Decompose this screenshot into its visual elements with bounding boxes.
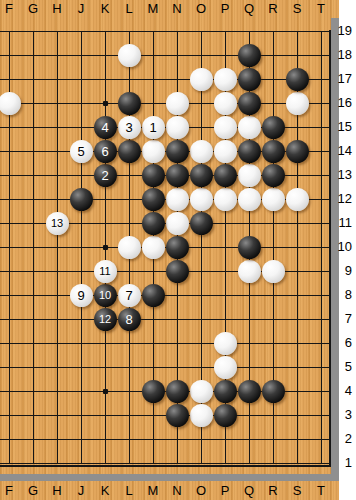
stone-white-P15[interactable] <box>214 116 237 139</box>
move-number-label: 5 <box>70 140 93 163</box>
move-5-stone-white-J14[interactable]: 5 <box>70 140 93 163</box>
stone-white-L10[interactable] <box>118 236 141 259</box>
stone-black-S17[interactable] <box>286 68 309 91</box>
stone-black-N14[interactable] <box>166 140 189 163</box>
stone-black-Q17[interactable] <box>238 68 261 91</box>
stone-black-Q18[interactable] <box>238 44 261 67</box>
star-point-K4 <box>103 389 108 394</box>
stone-black-Q10[interactable] <box>238 236 261 259</box>
stone-black-M11[interactable] <box>142 212 165 235</box>
stone-black-L16[interactable] <box>118 92 141 115</box>
stone-white-P6[interactable] <box>214 332 237 355</box>
stone-white-Q9[interactable] <box>238 260 261 283</box>
stone-white-N12[interactable] <box>166 188 189 211</box>
move-number-label: 3 <box>118 116 141 139</box>
stone-black-R4[interactable] <box>262 380 285 403</box>
star-point-K16 <box>103 101 108 106</box>
move-number-label: 11 <box>94 260 117 283</box>
stone-white-O17[interactable] <box>190 68 213 91</box>
stone-black-N13[interactable] <box>166 164 189 187</box>
stone-black-L14[interactable] <box>118 140 141 163</box>
stone-black-M8[interactable] <box>142 284 165 307</box>
move-13-stone-white-H11[interactable]: 13 <box>46 212 69 235</box>
stone-white-P17[interactable] <box>214 68 237 91</box>
stone-black-M13[interactable] <box>142 164 165 187</box>
move-3-stone-white-L15[interactable]: 3 <box>118 116 141 139</box>
move-2-stone-black-K13[interactable]: 2 <box>94 164 117 187</box>
stone-black-S14[interactable] <box>286 140 309 163</box>
stone-black-Q14[interactable] <box>238 140 261 163</box>
move-number-label: 8 <box>118 308 141 331</box>
stone-white-P12[interactable] <box>214 188 237 211</box>
goban-grid[interactable]: 12345678910111213 <box>0 19 333 475</box>
stone-white-P5[interactable] <box>214 356 237 379</box>
stone-black-O11[interactable] <box>190 212 213 235</box>
move-number-label: 4 <box>94 116 117 139</box>
stone-white-Q12[interactable] <box>238 188 261 211</box>
stone-white-L18[interactable] <box>118 44 141 67</box>
stone-white-M10[interactable] <box>142 236 165 259</box>
stone-black-J12[interactable] <box>70 188 93 211</box>
stone-white-O3[interactable] <box>190 404 213 427</box>
stone-black-O13[interactable] <box>190 164 213 187</box>
move-number-label: 13 <box>46 212 69 235</box>
stone-white-P14[interactable] <box>214 140 237 163</box>
stone-white-M14[interactable] <box>142 140 165 163</box>
move-number-label: 1 <box>142 116 165 139</box>
stone-white-N16[interactable] <box>166 92 189 115</box>
stone-white-P16[interactable] <box>214 92 237 115</box>
stone-black-P13[interactable] <box>214 164 237 187</box>
stone-black-N9[interactable] <box>166 260 189 283</box>
stone-white-Q15[interactable] <box>238 116 261 139</box>
stone-black-R14[interactable] <box>262 140 285 163</box>
move-8-stone-black-L7[interactable]: 8 <box>118 308 141 331</box>
stone-white-F16[interactable] <box>0 92 21 115</box>
stone-white-O12[interactable] <box>190 188 213 211</box>
stone-black-Q4[interactable] <box>238 380 261 403</box>
stone-white-N11[interactable] <box>166 212 189 235</box>
move-9-stone-white-J8[interactable]: 9 <box>70 284 93 307</box>
stone-white-S16[interactable] <box>286 92 309 115</box>
move-number-label: 10 <box>94 284 117 307</box>
stone-white-Q13[interactable] <box>238 164 261 187</box>
stone-black-P4[interactable] <box>214 380 237 403</box>
move-number-label: 12 <box>94 308 117 331</box>
move-11-stone-white-K9[interactable]: 11 <box>94 260 117 283</box>
move-10-stone-black-K8[interactable]: 10 <box>94 284 117 307</box>
stone-black-N10[interactable] <box>166 236 189 259</box>
move-4-stone-black-K15[interactable]: 4 <box>94 116 117 139</box>
star-point-K10 <box>103 245 108 250</box>
go-app-screenshot: 12345678910111213 FGHJKLMNOPQRSTFGHJKLMN… <box>0 0 356 500</box>
move-7-stone-white-L8[interactable]: 7 <box>118 284 141 307</box>
stone-white-O14[interactable] <box>190 140 213 163</box>
stone-black-N4[interactable] <box>166 380 189 403</box>
stone-black-M12[interactable] <box>142 188 165 211</box>
stone-white-N15[interactable] <box>166 116 189 139</box>
stone-white-O4[interactable] <box>190 380 213 403</box>
stone-white-R9[interactable] <box>262 260 285 283</box>
move-number-label: 2 <box>94 164 117 187</box>
stone-black-R15[interactable] <box>262 116 285 139</box>
stone-white-R12[interactable] <box>262 188 285 211</box>
move-number-label: 9 <box>70 284 93 307</box>
move-number-label: 6 <box>94 140 117 163</box>
move-number-label: 7 <box>118 284 141 307</box>
stone-black-N3[interactable] <box>166 404 189 427</box>
move-12-stone-black-K7[interactable]: 12 <box>94 308 117 331</box>
stone-black-R13[interactable] <box>262 164 285 187</box>
stone-black-Q16[interactable] <box>238 92 261 115</box>
stone-black-P3[interactable] <box>214 404 237 427</box>
stone-black-M4[interactable] <box>142 380 165 403</box>
move-6-stone-black-K14[interactable]: 6 <box>94 140 117 163</box>
move-1-stone-white-M15[interactable]: 1 <box>142 116 165 139</box>
stone-white-S12[interactable] <box>286 188 309 211</box>
